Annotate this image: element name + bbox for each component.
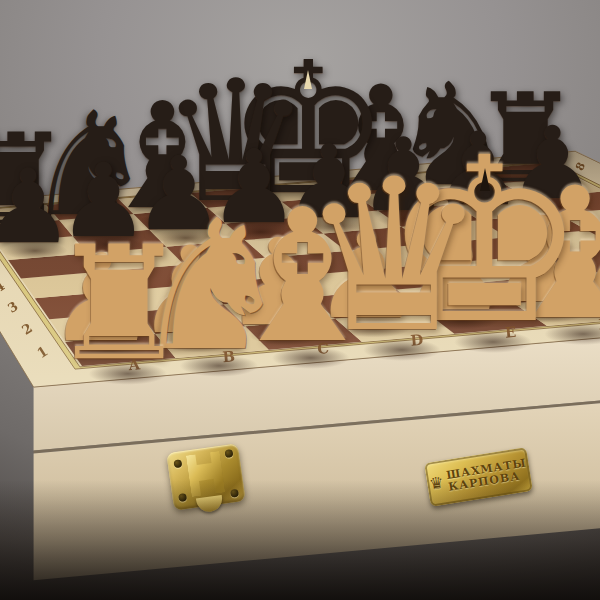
- latch-screw-hole: [173, 459, 182, 468]
- box-latch: [166, 443, 245, 510]
- plaque-text: ШАХМАТЫ КАРПОВА: [446, 458, 530, 494]
- latch-plate: [166, 443, 245, 510]
- crown-icon: ♛: [428, 475, 445, 493]
- latch-screw-hole: [230, 489, 239, 498]
- chess-board: ABCDEFGH1234567812345678: [0, 0, 600, 600]
- latch-screw-hole: [224, 449, 233, 458]
- chess-set-photo-scene: ABCDEFGH1234567812345678 ♛ ШАХМАТЫ КАРПО…: [0, 0, 600, 600]
- latch-clasp: [186, 451, 226, 497]
- latch-screw-hole: [178, 493, 187, 502]
